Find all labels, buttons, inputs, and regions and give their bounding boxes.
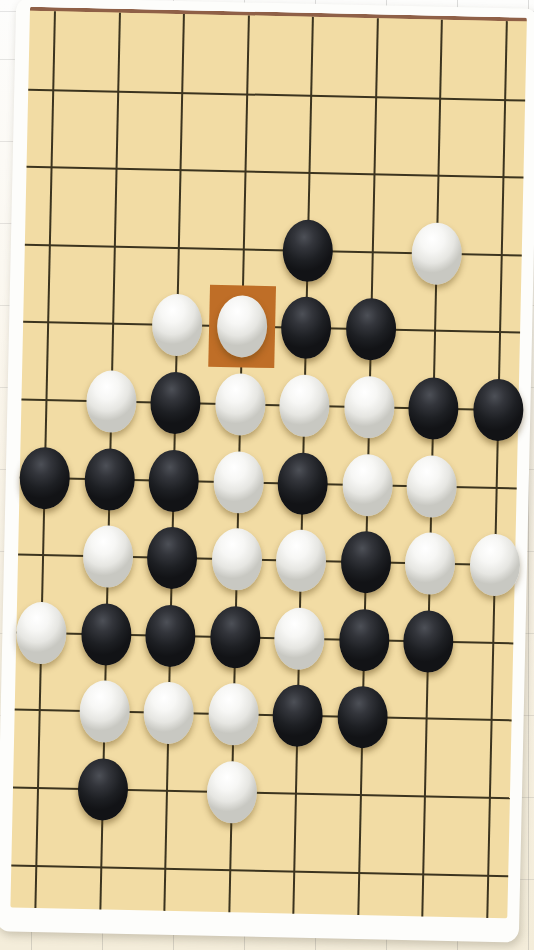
intersection[interactable] bbox=[334, 446, 400, 524]
intersection[interactable] bbox=[397, 525, 463, 603]
intersection[interactable] bbox=[144, 286, 210, 364]
intersection[interactable] bbox=[272, 367, 338, 445]
intersection[interactable] bbox=[266, 599, 332, 677]
intersection[interactable] bbox=[10, 516, 76, 594]
intersection[interactable] bbox=[406, 137, 472, 215]
intersection[interactable] bbox=[275, 211, 341, 289]
intersection[interactable] bbox=[328, 756, 394, 834]
intersection[interactable] bbox=[83, 130, 149, 208]
intersection[interactable] bbox=[132, 829, 198, 907]
intersection[interactable] bbox=[273, 289, 339, 367]
intersection[interactable] bbox=[149, 53, 215, 131]
intersection[interactable] bbox=[78, 362, 144, 440]
intersection[interactable] bbox=[7, 671, 73, 749]
intersection[interactable] bbox=[470, 138, 534, 216]
intersection[interactable] bbox=[338, 290, 404, 368]
intersection[interactable] bbox=[210, 210, 276, 288]
intersection[interactable] bbox=[80, 285, 146, 363]
intersection[interactable] bbox=[5, 749, 71, 827]
intersection[interactable] bbox=[20, 51, 86, 129]
intersection[interactable] bbox=[200, 676, 266, 754]
intersection[interactable] bbox=[280, 0, 346, 57]
intersection[interactable] bbox=[268, 522, 334, 600]
intersection[interactable] bbox=[199, 753, 265, 831]
board-card bbox=[0, 0, 534, 943]
intersection[interactable] bbox=[207, 365, 273, 443]
intersection[interactable] bbox=[73, 595, 139, 673]
intersection[interactable] bbox=[326, 833, 392, 911]
intersection[interactable] bbox=[82, 207, 148, 285]
intersection[interactable] bbox=[216, 0, 282, 56]
intersection[interactable] bbox=[463, 448, 529, 526]
intersection[interactable] bbox=[19, 128, 85, 206]
intersection[interactable] bbox=[141, 441, 207, 519]
intersection[interactable] bbox=[390, 835, 456, 913]
intersection[interactable] bbox=[146, 209, 212, 287]
intersection[interactable] bbox=[12, 439, 78, 517]
intersection[interactable] bbox=[134, 752, 200, 830]
intersection[interactable] bbox=[212, 132, 278, 210]
intersection[interactable] bbox=[473, 0, 534, 61]
intersection[interactable] bbox=[341, 135, 407, 213]
intersection[interactable] bbox=[85, 52, 151, 130]
intersection[interactable] bbox=[343, 58, 409, 136]
intersection[interactable] bbox=[204, 520, 270, 598]
intersection[interactable] bbox=[329, 678, 395, 756]
intersection[interactable] bbox=[138, 597, 204, 675]
intersection[interactable] bbox=[15, 283, 81, 361]
intersection[interactable] bbox=[336, 368, 402, 446]
intersection[interactable] bbox=[467, 293, 533, 371]
intersection[interactable] bbox=[395, 602, 461, 680]
intersection[interactable] bbox=[465, 371, 531, 449]
intersection[interactable] bbox=[9, 594, 75, 672]
intersection[interactable] bbox=[460, 604, 526, 682]
intersection[interactable] bbox=[409, 0, 475, 60]
intersection[interactable] bbox=[214, 55, 280, 133]
intersection[interactable] bbox=[70, 750, 136, 828]
intersection[interactable] bbox=[399, 447, 465, 525]
intersection[interactable] bbox=[455, 836, 521, 914]
intersection[interactable] bbox=[345, 0, 411, 58]
intersection[interactable] bbox=[76, 440, 142, 518]
intersection[interactable] bbox=[404, 214, 470, 292]
intersection[interactable] bbox=[472, 60, 534, 138]
intersection[interactable] bbox=[392, 757, 458, 835]
gomoku-board bbox=[10, 7, 527, 919]
intersection[interactable] bbox=[139, 519, 205, 597]
intersection[interactable] bbox=[209, 288, 275, 366]
intersection[interactable] bbox=[407, 59, 473, 137]
intersection[interactable] bbox=[457, 759, 523, 837]
intersection[interactable] bbox=[458, 681, 524, 759]
intersection[interactable] bbox=[468, 216, 534, 294]
intersection[interactable] bbox=[265, 677, 331, 755]
intersection[interactable] bbox=[3, 826, 69, 904]
intersection[interactable] bbox=[261, 832, 327, 910]
intersection[interactable] bbox=[148, 131, 214, 209]
intersection[interactable] bbox=[333, 523, 399, 601]
intersection[interactable] bbox=[151, 0, 217, 54]
intersection[interactable] bbox=[394, 680, 460, 758]
intersection[interactable] bbox=[331, 601, 397, 679]
intersection[interactable] bbox=[462, 526, 528, 604]
intersection[interactable] bbox=[143, 364, 209, 442]
intersection[interactable] bbox=[401, 369, 467, 447]
intersection[interactable] bbox=[402, 292, 468, 370]
intersection[interactable] bbox=[263, 755, 329, 833]
intersection[interactable] bbox=[136, 674, 202, 752]
intersection[interactable] bbox=[87, 0, 153, 53]
intersection[interactable] bbox=[197, 831, 263, 909]
intersection[interactable] bbox=[68, 828, 134, 906]
intersection[interactable] bbox=[75, 518, 141, 596]
intersection[interactable] bbox=[22, 0, 88, 51]
intersection[interactable] bbox=[339, 213, 405, 291]
intersection[interactable] bbox=[202, 598, 268, 676]
intersection[interactable] bbox=[71, 673, 137, 751]
intersection[interactable] bbox=[14, 361, 80, 439]
intersection[interactable] bbox=[205, 443, 271, 521]
intersection[interactable] bbox=[270, 444, 336, 522]
intersection[interactable] bbox=[278, 56, 344, 134]
intersection[interactable] bbox=[277, 134, 343, 212]
intersection[interactable] bbox=[17, 206, 83, 284]
